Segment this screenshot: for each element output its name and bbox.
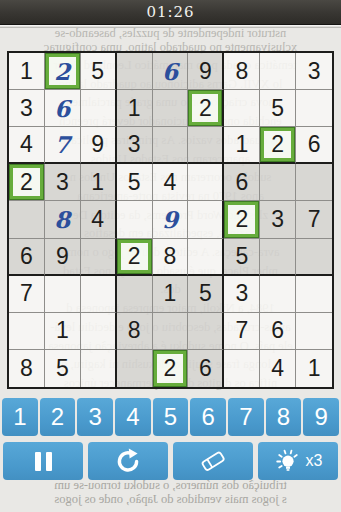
given-digit: 6 — [308, 131, 321, 158]
cell-r9c2[interactable]: 5 — [45, 350, 81, 387]
cell-r9c7[interactable] — [224, 350, 260, 387]
numkey-8[interactable]: 8 — [266, 398, 302, 436]
given-digit: 9 — [91, 131, 104, 158]
given-digit: 4 — [91, 206, 104, 233]
cell-r9c6[interactable]: 6 — [188, 350, 224, 387]
eraser-button[interactable] — [173, 442, 253, 480]
numkey-2[interactable]: 2 — [40, 398, 76, 436]
cell-r3c6[interactable] — [188, 127, 224, 164]
cell-r7c9[interactable] — [296, 276, 332, 313]
cell-r4c7[interactable]: 6 — [224, 164, 260, 201]
given-digit: 1 — [91, 169, 104, 196]
cell-r5c4[interactable] — [117, 201, 153, 238]
given-digit: 7 — [20, 280, 33, 307]
numkey-5[interactable]: 5 — [153, 398, 189, 436]
cell-r6c4[interactable]: 2 — [117, 239, 153, 276]
cell-r5c2[interactable]: 8 — [45, 201, 81, 238]
numkey-7[interactable]: 7 — [228, 398, 264, 436]
given-digit: 8 — [20, 355, 33, 382]
cell-r7c6[interactable]: 5 — [188, 276, 224, 313]
cell-r4c1[interactable]: 2 — [9, 164, 45, 201]
cell-r7c8[interactable] — [260, 276, 296, 313]
cell-r1c4[interactable] — [117, 53, 153, 90]
user-digit: 8 — [54, 206, 70, 233]
given-digit: 2 — [20, 169, 33, 196]
sudoku-app-screen: 01:26 nstrutor independente de puzzles, … — [0, 0, 341, 512]
numkey-3[interactable]: 3 — [77, 398, 113, 436]
given-digit: 6 — [20, 243, 33, 270]
given-digit: 3 — [20, 95, 33, 122]
redo-icon — [115, 448, 141, 474]
redo-button[interactable] — [88, 442, 168, 480]
given-digit: 2 — [164, 355, 177, 382]
cell-r2c8[interactable]: 5 — [260, 90, 296, 127]
cell-r7c7[interactable]: 3 — [224, 276, 260, 313]
given-digit: 3 — [235, 280, 248, 307]
cell-r3c5[interactable] — [153, 127, 189, 164]
cell-r3c7[interactable]: 1 — [224, 127, 260, 164]
cell-r2c2[interactable]: 6 — [45, 90, 81, 127]
cell-r6c3[interactable] — [81, 239, 117, 276]
given-digit: 6 — [199, 355, 212, 382]
user-digit: 9 — [162, 206, 178, 233]
given-digit: 8 — [128, 317, 141, 344]
given-digit: 3 — [128, 131, 141, 158]
user-digit: 6 — [162, 58, 178, 85]
cell-r2c1[interactable]: 3 — [9, 90, 45, 127]
pause-icon — [35, 452, 52, 471]
given-digit: 1 — [20, 58, 33, 85]
cell-r5c3[interactable]: 4 — [81, 201, 117, 238]
cell-r9c9[interactable]: 1 — [296, 350, 332, 387]
cell-r8c6[interactable] — [188, 313, 224, 350]
given-digit: 1 — [56, 317, 69, 344]
given-digit: 6 — [271, 317, 284, 344]
cell-r3c4[interactable]: 3 — [117, 127, 153, 164]
cell-r2c4[interactable]: 1 — [117, 90, 153, 127]
given-digit: 5 — [91, 58, 104, 85]
cell-r5c6[interactable] — [188, 201, 224, 238]
numkey-6[interactable]: 6 — [190, 398, 226, 436]
given-digit: 9 — [199, 58, 212, 85]
cell-r9c8[interactable]: 4 — [260, 350, 296, 387]
given-digit: 4 — [271, 355, 284, 382]
given-digit: 1 — [235, 131, 248, 158]
given-digit: 4 — [164, 169, 177, 196]
cell-r9c5[interactable]: 2 — [153, 350, 189, 387]
given-digit: 1 — [164, 280, 177, 307]
cell-r6c6[interactable] — [188, 239, 224, 276]
given-digit: 9 — [56, 243, 69, 270]
cell-r3c9[interactable]: 6 — [296, 127, 332, 164]
hint-count-badge: x3 — [306, 452, 323, 470]
cell-r1c9[interactable]: 3 — [296, 53, 332, 90]
cell-r2c9[interactable] — [296, 90, 332, 127]
cell-r8c9[interactable] — [296, 313, 332, 350]
given-digit: 3 — [56, 169, 69, 196]
eraser-icon — [198, 448, 228, 474]
cell-r6c8[interactable] — [260, 239, 296, 276]
numkey-1[interactable]: 1 — [2, 398, 38, 436]
cell-r8c7[interactable]: 7 — [224, 313, 260, 350]
cell-r2c3[interactable] — [81, 90, 117, 127]
cell-r3c2[interactable]: 7 — [45, 127, 81, 164]
cell-r7c1[interactable]: 7 — [9, 276, 45, 313]
cell-r4c6[interactable] — [188, 164, 224, 201]
cell-r3c8[interactable]: 2 — [260, 127, 296, 164]
given-digit: 5 — [271, 95, 284, 122]
cell-r6c1[interactable]: 6 — [9, 239, 45, 276]
cell-r6c2[interactable]: 9 — [45, 239, 81, 276]
given-digit: 7 — [235, 317, 248, 344]
background-text-bottom: tribuição dos números, o sudoku tornou-s… — [0, 479, 341, 506]
cell-r7c4[interactable] — [117, 276, 153, 313]
cell-r8c4[interactable]: 8 — [117, 313, 153, 350]
cell-r4c4[interactable]: 5 — [117, 164, 153, 201]
timer-bar-separator — [0, 25, 341, 28]
cell-r4c2[interactable]: 3 — [45, 164, 81, 201]
given-digit: 2 — [128, 243, 141, 270]
user-digit: 6 — [54, 95, 70, 122]
numkey-4[interactable]: 4 — [115, 398, 151, 436]
cell-r6c9[interactable] — [296, 239, 332, 276]
cell-r3c1[interactable]: 4 — [9, 127, 45, 164]
user-digit: 2 — [54, 58, 70, 85]
given-digit: 6 — [235, 169, 248, 196]
cell-r2c7[interactable] — [224, 90, 260, 127]
cell-r8c8[interactable]: 6 — [260, 313, 296, 350]
action-bar: x3 — [0, 442, 341, 480]
user-digit: 7 — [54, 131, 70, 158]
timer-value: 01:26 — [146, 3, 194, 21]
number-pad: 123456789 — [0, 398, 341, 436]
cell-r7c2[interactable] — [45, 276, 81, 313]
given-digit: 2 — [235, 206, 248, 233]
given-digit: 8 — [235, 58, 248, 85]
hint-bulb-icon — [274, 448, 301, 475]
hint-button[interactable]: x3 — [258, 442, 338, 480]
cell-r5c9[interactable]: 7 — [296, 201, 332, 238]
given-digit: 5 — [56, 355, 69, 382]
cell-r1c2[interactable]: 2 — [45, 53, 81, 90]
given-digit: 1 — [128, 95, 141, 122]
background-text-top: nstrutor independente de puzzles, basean… — [0, 27, 341, 54]
cell-r8c3[interactable] — [81, 313, 117, 350]
cell-r5c7[interactable]: 2 — [224, 201, 260, 238]
cell-r8c2[interactable]: 1 — [45, 313, 81, 350]
cell-r8c5[interactable] — [153, 313, 189, 350]
cell-r9c3[interactable] — [81, 350, 117, 387]
cell-r5c5[interactable]: 9 — [153, 201, 189, 238]
given-digit: 3 — [271, 206, 284, 233]
given-digit: 3 — [308, 58, 321, 85]
given-digit: 7 — [308, 206, 321, 233]
cell-r4c9[interactable] — [296, 164, 332, 201]
cell-r2c5[interactable] — [153, 90, 189, 127]
cell-r1c5[interactable]: 6 — [153, 53, 189, 90]
cell-r5c1[interactable] — [9, 201, 45, 238]
cell-r9c4[interactable] — [117, 350, 153, 387]
given-digit: 5 — [199, 280, 212, 307]
cell-r2c6[interactable]: 2 — [188, 90, 224, 127]
given-digit: 2 — [199, 95, 212, 122]
given-digit: 1 — [308, 355, 321, 382]
cell-r1c8[interactable] — [260, 53, 296, 90]
cell-r9c1[interactable]: 8 — [9, 350, 45, 387]
pause-button[interactable] — [3, 442, 83, 480]
cell-r4c8[interactable] — [260, 164, 296, 201]
timer-bar: 01:26 — [0, 0, 341, 25]
numkey-9[interactable]: 9 — [303, 398, 339, 436]
cell-r6c5[interactable]: 8 — [153, 239, 189, 276]
given-digit: 2 — [271, 131, 284, 158]
cell-r5c8[interactable]: 3 — [260, 201, 296, 238]
given-digit: 5 — [128, 169, 141, 196]
cell-r1c3[interactable]: 5 — [81, 53, 117, 90]
given-digit: 8 — [164, 243, 177, 270]
cell-r6c7[interactable]: 5 — [224, 239, 260, 276]
cell-r7c5[interactable]: 1 — [153, 276, 189, 313]
cell-r4c3[interactable]: 1 — [81, 164, 117, 201]
given-digit: 5 — [235, 243, 248, 270]
cell-r7c3[interactable] — [81, 276, 117, 313]
cell-r1c6[interactable]: 9 — [188, 53, 224, 90]
cell-r1c7[interactable]: 8 — [224, 53, 260, 90]
cell-r4c5[interactable]: 4 — [153, 164, 189, 201]
cell-r8c1[interactable] — [9, 313, 45, 350]
cell-r1c1[interactable]: 1 — [9, 53, 45, 90]
sudoku-board: 1256983361254793126231546849237692857153… — [7, 51, 334, 389]
given-digit: 4 — [20, 131, 33, 158]
cell-r3c3[interactable]: 9 — [81, 127, 117, 164]
